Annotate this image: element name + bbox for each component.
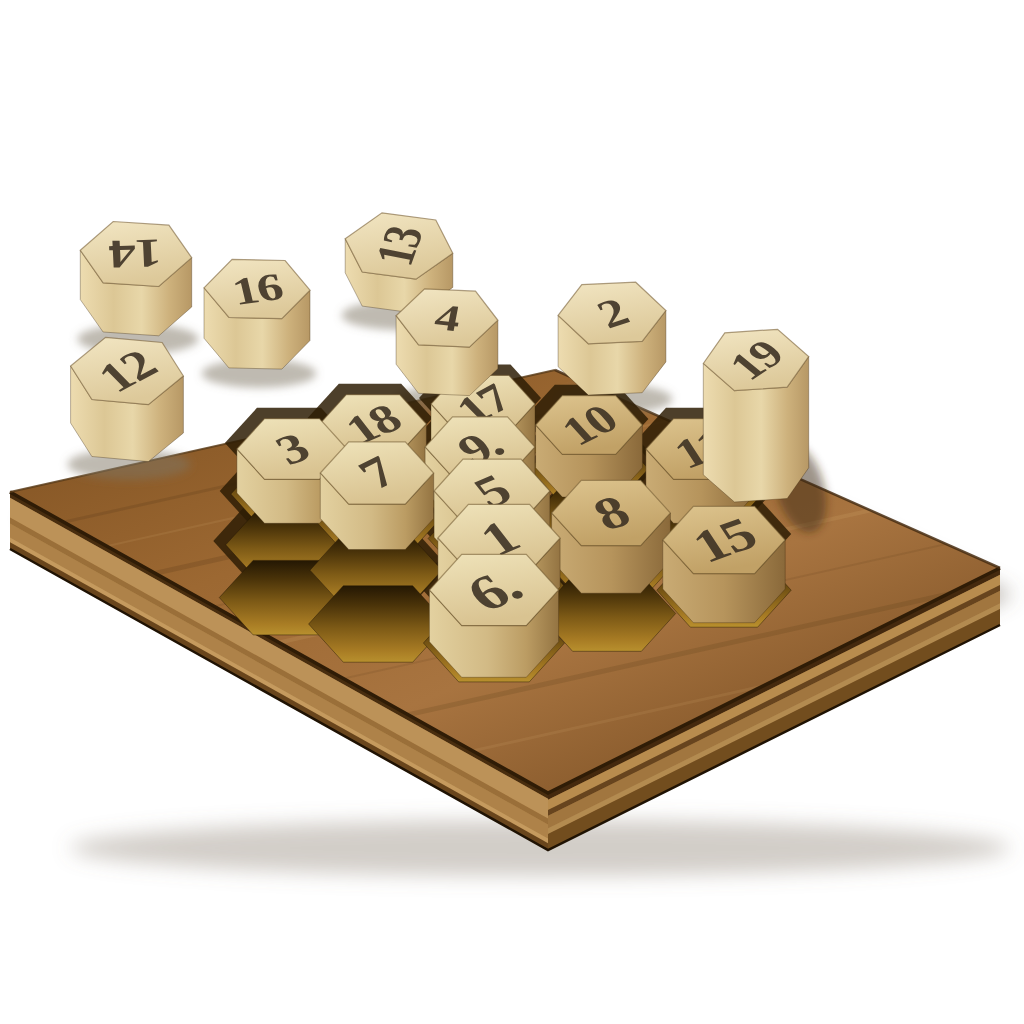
tile-6[interactable]: 6.	[429, 554, 558, 677]
piece-14[interactable]: 14	[80, 222, 191, 336]
piece-19[interactable]: 19	[703, 329, 808, 502]
scene: 1718109.3117581156. 141613421912	[0, 0, 1024, 1024]
piece-4[interactable]: 4	[396, 289, 498, 396]
piece-16[interactable]: 16	[204, 259, 310, 369]
tile-8[interactable]: 8	[552, 480, 671, 593]
piece-12[interactable]: 12	[71, 337, 184, 461]
tile-7[interactable]: 7	[320, 442, 433, 550]
piece-number: 14	[108, 231, 163, 277]
tile-15[interactable]: 15	[663, 506, 785, 622]
piece-2[interactable]: 2	[558, 282, 666, 395]
product-photo: 1718109.3117581156. 141613421912	[0, 0, 1024, 1024]
